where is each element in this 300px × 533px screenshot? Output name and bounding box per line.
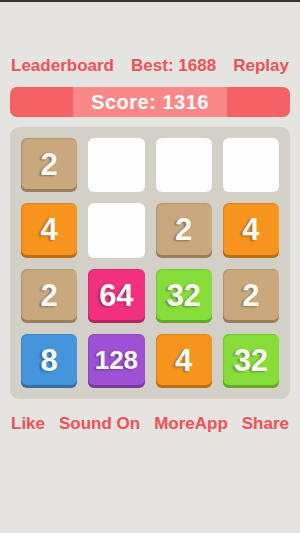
tile-32: 32 (156, 269, 212, 323)
tile-8: 8 (21, 334, 77, 388)
sound-toggle-button[interactable]: Sound On (59, 414, 140, 434)
score-label: Score: 1316 (73, 87, 227, 117)
tile-4: 4 (21, 203, 77, 257)
tile-2: 2 (156, 203, 212, 257)
tile-4: 4 (223, 203, 279, 257)
replay-button[interactable]: Replay (233, 56, 289, 76)
app-screen: Leaderboard Best: 1688 Replay Score: 131… (0, 0, 300, 533)
tile-empty (223, 138, 279, 192)
score-bar: Score: 1316 (10, 87, 290, 117)
best-score-label: Best: 1688 (131, 56, 216, 76)
tile-empty (156, 138, 212, 192)
leaderboard-button[interactable]: Leaderboard (11, 56, 114, 76)
bottom-nav: Like Sound On MoreApp Share (0, 414, 300, 434)
tile-32: 32 (223, 334, 279, 388)
tile-2: 2 (21, 269, 77, 323)
tile-2: 2 (223, 269, 279, 323)
like-button[interactable]: Like (11, 414, 45, 434)
top-nav: Leaderboard Best: 1688 Replay (0, 56, 300, 76)
moreapp-button[interactable]: MoreApp (154, 414, 228, 434)
share-button[interactable]: Share (242, 414, 289, 434)
tile-empty (88, 138, 144, 192)
tile-128: 128 (88, 334, 144, 388)
status-bar-divider (0, 0, 300, 2)
tile-64: 64 (88, 269, 144, 323)
game-board[interactable]: 24242643228128432 (10, 127, 290, 399)
tile-2: 2 (21, 138, 77, 192)
tile-4: 4 (156, 334, 212, 388)
tile-empty (88, 203, 144, 257)
